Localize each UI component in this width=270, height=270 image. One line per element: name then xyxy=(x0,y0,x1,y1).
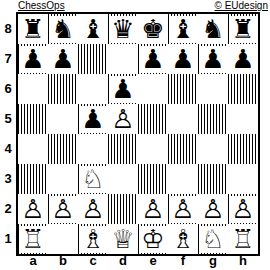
square-e8[interactable]: ♚ xyxy=(138,14,168,44)
square-c3[interactable]: ♘ xyxy=(78,164,108,194)
square-b1[interactable] xyxy=(48,224,78,254)
piece-white-queen: ♕ xyxy=(110,226,135,253)
file-label-c: c xyxy=(78,254,108,268)
square-d6[interactable]: ♟ xyxy=(108,74,138,104)
square-d4[interactable] xyxy=(108,134,138,164)
square-f4[interactable] xyxy=(168,134,198,164)
piece-white-pawn: ♙ xyxy=(20,196,45,223)
piece-white-king: ♔ xyxy=(140,226,165,253)
chess-diagram-page: ChessOps © EUdesign 87654321 ♜♞♝♛♚♝♞♜♟♟♟… xyxy=(0,0,270,270)
square-f1[interactable]: ♗ xyxy=(168,224,198,254)
square-h5[interactable] xyxy=(228,104,258,134)
square-e3[interactable] xyxy=(138,164,168,194)
square-g8[interactable]: ♞ xyxy=(198,14,228,44)
piece-black-pawn: ♟ xyxy=(230,46,255,73)
chessops-link[interactable]: ChessOps xyxy=(18,0,65,11)
piece-white-pawn: ♙ xyxy=(170,196,195,223)
piece-black-rook: ♜ xyxy=(20,16,45,43)
square-b4[interactable] xyxy=(48,134,78,164)
square-b2[interactable]: ♙ xyxy=(48,194,78,224)
square-b8[interactable]: ♞ xyxy=(48,14,78,44)
square-d8[interactable]: ♛ xyxy=(108,14,138,44)
eudesign-credit-link[interactable]: © EUdesign xyxy=(214,0,268,11)
square-e7[interactable]: ♟ xyxy=(138,44,168,74)
file-label-b: b xyxy=(48,254,78,268)
piece-white-pawn: ♙ xyxy=(140,196,165,223)
square-g5[interactable] xyxy=(198,104,228,134)
piece-white-rook: ♖ xyxy=(230,226,255,253)
piece-black-knight: ♞ xyxy=(200,16,225,43)
piece-white-pawn: ♙ xyxy=(50,196,75,223)
square-e5[interactable] xyxy=(138,104,168,134)
square-e4[interactable] xyxy=(138,134,168,164)
square-g2[interactable]: ♙ xyxy=(198,194,228,224)
piece-white-bishop: ♗ xyxy=(170,226,195,253)
piece-white-pawn: ♙ xyxy=(110,106,135,133)
square-b3[interactable] xyxy=(48,164,78,194)
square-b7[interactable]: ♟ xyxy=(48,44,78,74)
chess-board: ♜♞♝♛♚♝♞♜♟♟♟♟♟♟♟♟♙♘♙♙♙♙♙♙♙♖♗♕♔♗♘♖ xyxy=(16,12,260,256)
square-g7[interactable]: ♟ xyxy=(198,44,228,74)
piece-black-pawn: ♟ xyxy=(170,46,195,73)
square-g6[interactable] xyxy=(198,74,228,104)
square-f7[interactable]: ♟ xyxy=(168,44,198,74)
square-a1[interactable]: ♖ xyxy=(18,224,48,254)
square-a8[interactable]: ♜ xyxy=(18,14,48,44)
square-f3[interactable] xyxy=(168,164,198,194)
piece-white-bishop: ♗ xyxy=(80,226,105,253)
rank-label-7: 7 xyxy=(0,44,16,74)
header: ChessOps © EUdesign xyxy=(18,0,268,12)
rank-label-1: 1 xyxy=(0,224,16,254)
piece-black-knight: ♞ xyxy=(50,16,75,43)
square-h8[interactable]: ♜ xyxy=(228,14,258,44)
square-c4[interactable] xyxy=(78,134,108,164)
piece-black-rook: ♜ xyxy=(230,16,255,43)
square-h4[interactable] xyxy=(228,134,258,164)
piece-white-pawn: ♙ xyxy=(230,196,255,223)
square-e6[interactable] xyxy=(138,74,168,104)
rank-labels: 87654321 xyxy=(0,14,16,254)
square-a6[interactable] xyxy=(18,74,48,104)
square-a5[interactable] xyxy=(18,104,48,134)
piece-black-pawn: ♟ xyxy=(110,76,135,103)
square-f6[interactable] xyxy=(168,74,198,104)
piece-white-pawn: ♙ xyxy=(200,196,225,223)
rank-label-3: 3 xyxy=(0,164,16,194)
square-c5[interactable]: ♟ xyxy=(78,104,108,134)
square-d7[interactable] xyxy=(108,44,138,74)
piece-black-pawn: ♟ xyxy=(140,46,165,73)
square-f8[interactable]: ♝ xyxy=(168,14,198,44)
piece-black-pawn: ♟ xyxy=(50,46,75,73)
square-h1[interactable]: ♖ xyxy=(228,224,258,254)
piece-black-bishop: ♝ xyxy=(170,16,195,43)
square-h2[interactable]: ♙ xyxy=(228,194,258,224)
piece-black-queen: ♛ xyxy=(110,16,135,43)
piece-white-knight: ♘ xyxy=(200,226,225,253)
square-g3[interactable] xyxy=(198,164,228,194)
square-g4[interactable] xyxy=(198,134,228,164)
file-label-d: d xyxy=(108,254,138,268)
rank-label-2: 2 xyxy=(0,194,16,224)
square-g1[interactable]: ♘ xyxy=(198,224,228,254)
piece-white-knight: ♘ xyxy=(80,166,105,193)
square-e2[interactable]: ♙ xyxy=(138,194,168,224)
square-c1[interactable]: ♗ xyxy=(78,224,108,254)
square-d5[interactable]: ♙ xyxy=(108,104,138,134)
square-c6[interactable] xyxy=(78,74,108,104)
rank-label-8: 8 xyxy=(0,14,16,44)
square-d3[interactable] xyxy=(108,164,138,194)
square-f5[interactable] xyxy=(168,104,198,134)
piece-white-rook: ♖ xyxy=(20,226,45,253)
file-label-a: a xyxy=(18,254,48,268)
square-h3[interactable] xyxy=(228,164,258,194)
square-a3[interactable] xyxy=(18,164,48,194)
square-e1[interactable]: ♔ xyxy=(138,224,168,254)
rank-label-6: 6 xyxy=(0,74,16,104)
square-f2[interactable]: ♙ xyxy=(168,194,198,224)
file-label-h: h xyxy=(228,254,258,268)
square-a4[interactable] xyxy=(18,134,48,164)
square-h6[interactable] xyxy=(228,74,258,104)
piece-black-pawn: ♟ xyxy=(20,46,45,73)
square-a7[interactable]: ♟ xyxy=(18,44,48,74)
piece-black-pawn: ♟ xyxy=(200,46,225,73)
square-a2[interactable]: ♙ xyxy=(18,194,48,224)
square-d1[interactable]: ♕ xyxy=(108,224,138,254)
piece-white-pawn: ♙ xyxy=(80,196,105,223)
piece-black-pawn: ♟ xyxy=(80,106,105,133)
square-b5[interactable] xyxy=(48,104,78,134)
square-c8[interactable]: ♝ xyxy=(78,14,108,44)
file-label-g: g xyxy=(198,254,228,268)
file-label-f: f xyxy=(168,254,198,268)
file-labels: abcdefgh xyxy=(18,254,258,268)
piece-black-bishop: ♝ xyxy=(80,16,105,43)
file-label-e: e xyxy=(138,254,168,268)
piece-black-king: ♚ xyxy=(140,16,165,43)
square-h7[interactable]: ♟ xyxy=(228,44,258,74)
square-d2[interactable] xyxy=(108,194,138,224)
rank-label-4: 4 xyxy=(0,134,16,164)
square-c2[interactable]: ♙ xyxy=(78,194,108,224)
square-c7[interactable] xyxy=(78,44,108,74)
rank-label-5: 5 xyxy=(0,104,16,134)
square-b6[interactable] xyxy=(48,74,78,104)
